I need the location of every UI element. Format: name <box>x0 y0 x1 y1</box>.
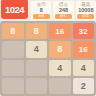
stats-bar: 金币8兑换得分248排行最高10008纪录 <box>31 0 96 21</box>
stat-label-best: 最高 <box>81 2 90 7</box>
tile-16-r2c4: 16 <box>73 41 95 57</box>
empty-cell-r4c3 <box>49 78 71 94</box>
logo-tile: 1024 <box>1 0 28 19</box>
tile-8-r1c2: 8 <box>26 23 48 39</box>
empty-cell-r4c1 <box>2 78 24 94</box>
game-board[interactable]: 8816324816442 <box>0 21 96 96</box>
stat-button-best[interactable]: 纪录 <box>77 14 94 19</box>
stat-card-best: 最高10008纪录 <box>76 1 96 20</box>
stat-value-best: 10008 <box>78 7 93 13</box>
stat-card-score: 得分248排行 <box>53 1 73 20</box>
empty-cell-r2c1 <box>2 41 24 57</box>
tile-4-r3c4: 4 <box>73 60 95 76</box>
tile-4-r2c2: 4 <box>26 41 48 57</box>
empty-cell-r4c2 <box>26 78 48 94</box>
tile-4-r3c3: 4 <box>49 60 71 76</box>
header: 1024 金币8兑换得分248排行最高10008纪录 <box>0 0 96 21</box>
tile-8-r2c3: 8 <box>49 41 71 57</box>
empty-cell-r3c1 <box>2 60 24 76</box>
tile-8-r1c1: 8 <box>2 23 24 39</box>
tile-2-r4c4: 2 <box>73 78 95 94</box>
tile-32-r1c4: 32 <box>73 23 95 39</box>
stat-button-coins[interactable]: 兑换 <box>33 14 50 19</box>
stat-label-coins: 金币 <box>37 2 46 7</box>
tile-16-r1c3: 16 <box>49 23 71 39</box>
logo-text: 1024 <box>5 4 24 15</box>
empty-cell-r3c2 <box>26 60 48 76</box>
stat-card-coins: 金币8兑换 <box>31 1 51 20</box>
stat-button-score[interactable]: 排行 <box>55 14 72 19</box>
stat-label-score: 得分 <box>59 2 68 7</box>
stat-value-coins: 8 <box>40 7 43 13</box>
stat-value-score: 248 <box>59 7 68 13</box>
